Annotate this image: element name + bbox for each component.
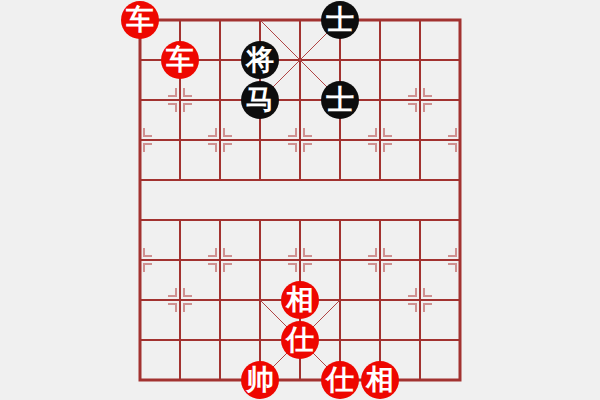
piece-red-chariot[interactable]: 车 — [161, 41, 199, 79]
piece-black-horse[interactable]: 马 — [241, 81, 279, 119]
board-point-5-2: 士 — [320, 80, 360, 120]
board-point-5-9: 仕 — [320, 360, 360, 400]
piece-black-king[interactable]: 将 — [241, 41, 279, 79]
board-point-4-7: 相 — [280, 280, 320, 320]
piece-red-elephant[interactable]: 相 — [281, 281, 319, 319]
board-point-4-8: 仕 — [280, 320, 320, 360]
board-point-5-0: 士 — [320, 0, 360, 40]
xiangqi-board[interactable]: 车士车将马士相仕帅仕相 — [120, 0, 480, 400]
board-point-6-9: 相 — [360, 360, 400, 400]
piece-black-advisor[interactable]: 士 — [321, 1, 359, 39]
board-point-3-1: 将 — [240, 40, 280, 80]
piece-black-advisor[interactable]: 士 — [321, 81, 359, 119]
board-point-3-2: 马 — [240, 80, 280, 120]
piece-red-advisor[interactable]: 仕 — [321, 361, 359, 399]
xiangqi-app-window: 车士车将马士相仕帅仕相 — [0, 0, 600, 400]
board-point-1-1: 车 — [160, 40, 200, 80]
piece-red-advisor[interactable]: 仕 — [281, 321, 319, 359]
piece-red-chariot[interactable]: 车 — [121, 1, 159, 39]
piece-red-elephant[interactable]: 相 — [361, 361, 399, 399]
board-point-3-9: 帅 — [240, 360, 280, 400]
piece-red-king[interactable]: 帅 — [241, 361, 279, 399]
board-point-0-0: 车 — [120, 0, 160, 40]
